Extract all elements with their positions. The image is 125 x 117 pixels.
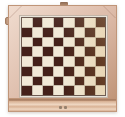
board-square[interactable] [54,57,64,66]
board-square[interactable] [54,28,64,37]
board-square[interactable] [96,28,106,37]
board-photo [0,0,125,117]
board-square[interactable] [75,28,85,37]
board-square[interactable] [33,18,43,27]
board-square[interactable] [75,86,85,95]
board-square[interactable] [33,86,43,95]
board-square[interactable] [96,38,106,47]
clasp-dot [59,106,62,109]
board-square[interactable] [33,67,43,76]
board-square[interactable] [33,77,43,86]
board-square[interactable] [22,86,32,95]
board-square[interactable] [85,38,95,47]
board-square[interactable] [22,28,32,37]
board-square[interactable] [75,18,85,27]
board-square[interactable] [43,57,53,66]
board-square[interactable] [85,86,95,95]
board-square[interactable] [54,18,64,27]
board-square[interactable] [85,47,95,56]
board-square[interactable] [33,57,43,66]
board-square[interactable] [33,28,43,37]
board-square[interactable] [96,18,106,27]
board-square[interactable] [64,77,74,86]
board-square[interactable] [64,67,74,76]
board-square[interactable] [43,77,53,86]
board-square[interactable] [75,67,85,76]
board-square[interactable] [64,28,74,37]
board-square[interactable] [43,38,53,47]
board-square[interactable] [75,77,85,86]
board-square[interactable] [54,77,64,86]
board-square[interactable] [22,57,32,66]
playing-field [21,17,106,96]
board-square[interactable] [43,67,53,76]
board-square[interactable] [43,47,53,56]
board-square[interactable] [85,77,95,86]
clasp-icon [58,106,68,109]
latch-icon [60,2,68,6]
board-square[interactable] [22,38,32,47]
board-square[interactable] [96,47,106,56]
board-square[interactable] [22,77,32,86]
board-square[interactable] [64,47,74,56]
board-square[interactable] [54,86,64,95]
board-square[interactable] [43,18,53,27]
board-square[interactable] [43,86,53,95]
board-square[interactable] [64,38,74,47]
board-square[interactable] [85,57,95,66]
board-square[interactable] [85,67,95,76]
board-square[interactable] [54,38,64,47]
clasp-dot [64,106,67,109]
board-square[interactable] [33,38,43,47]
board-square[interactable] [64,57,74,66]
board-square[interactable] [22,47,32,56]
board-square[interactable] [75,47,85,56]
chess-board-box [8,5,117,112]
board-square[interactable] [64,18,74,27]
board-square[interactable] [75,38,85,47]
board-frame [8,5,117,99]
board-square[interactable] [96,77,106,86]
board-square[interactable] [96,67,106,76]
board-square[interactable] [43,28,53,37]
board-square[interactable] [85,18,95,27]
board-square[interactable] [96,86,106,95]
board-square[interactable] [22,18,32,27]
board-square[interactable] [33,47,43,56]
board-grid [22,18,105,95]
board-square[interactable] [96,57,106,66]
board-square[interactable] [22,67,32,76]
board-square[interactable] [85,28,95,37]
board-square[interactable] [54,67,64,76]
board-square[interactable] [64,86,74,95]
board-square[interactable] [75,57,85,66]
board-square[interactable] [54,47,64,56]
